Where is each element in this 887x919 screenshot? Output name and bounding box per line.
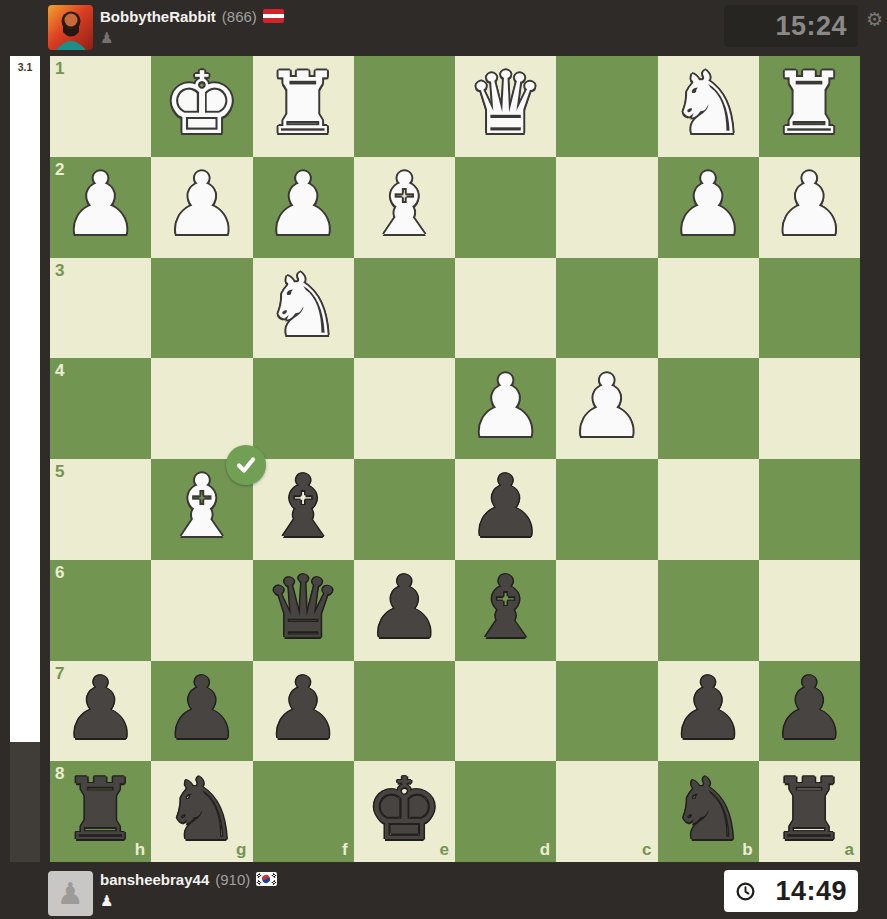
square-g6[interactable]: [151, 560, 252, 661]
file-label-g: g: [236, 840, 246, 860]
file-label-a: a: [845, 840, 854, 860]
file-label-b: b: [742, 840, 752, 860]
pawn-member-icon: ♟: [100, 31, 113, 46]
clock-icon: [735, 881, 756, 902]
top-player-bar: BobbytheRabbit (866) ♟ 15:24 ⚙: [0, 0, 887, 56]
square-b8[interactable]: b♞: [658, 761, 759, 862]
square-e3[interactable]: [354, 258, 455, 359]
square-f8[interactable]: f: [253, 761, 354, 862]
square-e4[interactable]: [354, 358, 455, 459]
opponent-clock-time: 15:24: [775, 11, 847, 42]
player-info: bansheebray44 (910) ♟: [100, 869, 277, 910]
rank-label-3: 3: [55, 261, 64, 281]
chess-game-screen: BobbytheRabbit (866) ♟ 15:24 ⚙ 3.1 1♚♜♛♞…: [0, 0, 887, 919]
rank-label-2: 2: [55, 160, 64, 180]
pawn-member-icon: ♟: [100, 894, 113, 909]
player-avatar[interactable]: ♟: [48, 871, 93, 916]
black-piece-h8[interactable]: ♜: [62, 766, 139, 852]
white-piece-h2[interactable]: ♟: [62, 161, 139, 247]
rank-label-7: 7: [55, 664, 64, 684]
black-piece-g7[interactable]: ♟: [163, 665, 240, 751]
black-piece-d6[interactable]: ♝: [467, 564, 544, 650]
square-b2[interactable]: ♟: [658, 157, 759, 258]
good-move-check-badge: [226, 445, 266, 485]
file-label-e: e: [440, 840, 449, 860]
square-b4[interactable]: [658, 358, 759, 459]
black-piece-h7[interactable]: ♟: [62, 665, 139, 751]
square-h4[interactable]: 4: [50, 358, 151, 459]
square-c5[interactable]: [556, 459, 657, 560]
square-h8[interactable]: 8h♜: [50, 761, 151, 862]
file-label-f: f: [342, 840, 348, 860]
square-h5[interactable]: 5: [50, 459, 151, 560]
white-piece-f2[interactable]: ♟: [265, 161, 342, 247]
check-icon: [234, 453, 258, 477]
white-piece-f1[interactable]: ♜: [265, 60, 342, 146]
square-e7[interactable]: [354, 661, 455, 762]
square-h3[interactable]: 3: [50, 258, 151, 359]
square-e2[interactable]: ♝: [354, 157, 455, 258]
square-b3[interactable]: [658, 258, 759, 359]
square-b5[interactable]: [658, 459, 759, 560]
square-f4[interactable]: [253, 358, 354, 459]
file-label-c: c: [642, 840, 651, 860]
square-c8[interactable]: c: [556, 761, 657, 862]
white-piece-d1[interactable]: ♛: [467, 60, 544, 146]
black-piece-f7[interactable]: ♟: [265, 665, 342, 751]
opponent-avatar-image: [48, 5, 93, 50]
square-f6[interactable]: ♛: [253, 560, 354, 661]
square-g3[interactable]: [151, 258, 252, 359]
square-d3[interactable]: [455, 258, 556, 359]
square-e6[interactable]: ♟: [354, 560, 455, 661]
square-d5[interactable]: ♟: [455, 459, 556, 560]
white-piece-g1[interactable]: ♚: [163, 60, 240, 146]
rank-label-5: 5: [55, 462, 64, 482]
square-d1[interactable]: ♛: [455, 56, 556, 157]
square-g2[interactable]: ♟: [151, 157, 252, 258]
square-b6[interactable]: [658, 560, 759, 661]
eval-score: 3.1: [18, 61, 33, 742]
square-c4[interactable]: ♟: [556, 358, 657, 459]
eval-white-section: 3.1: [10, 56, 40, 742]
square-a8[interactable]: a♜: [759, 761, 860, 862]
square-h7[interactable]: 7♟: [50, 661, 151, 762]
square-b1[interactable]: ♞: [658, 56, 759, 157]
square-f2[interactable]: ♟: [253, 157, 354, 258]
eval-black-section: [10, 742, 40, 862]
rank-label-6: 6: [55, 563, 64, 583]
settings-gear-icon[interactable]: ⚙: [866, 8, 883, 30]
square-e5[interactable]: [354, 459, 455, 560]
white-piece-e2[interactable]: ♝: [366, 161, 443, 247]
square-a7[interactable]: ♟: [759, 661, 860, 762]
opponent-rating: (866): [222, 8, 257, 25]
square-g4[interactable]: [151, 358, 252, 459]
square-a1[interactable]: ♜: [759, 56, 860, 157]
square-e8[interactable]: e♚: [354, 761, 455, 862]
white-piece-c4[interactable]: ♟: [568, 363, 645, 449]
square-a4[interactable]: [759, 358, 860, 459]
square-h6[interactable]: 6: [50, 560, 151, 661]
player-clock-time: 14:49: [775, 876, 847, 907]
black-piece-d5[interactable]: ♟: [467, 463, 544, 549]
black-piece-g8[interactable]: ♞: [163, 766, 240, 852]
square-d7[interactable]: [455, 661, 556, 762]
bottom-player-bar: ♟ bansheebray44 (910) ♟ 14:49: [0, 863, 887, 919]
square-b7[interactable]: ♟: [658, 661, 759, 762]
square-f3[interactable]: ♞: [253, 258, 354, 359]
white-piece-b1[interactable]: ♞: [670, 60, 747, 146]
file-label-h: h: [135, 840, 145, 860]
white-piece-d4[interactable]: ♟: [467, 363, 544, 449]
black-piece-f5[interactable]: ♝: [265, 463, 342, 549]
black-piece-a8[interactable]: ♜: [771, 766, 848, 852]
file-label-d: d: [540, 840, 550, 860]
rank-label-1: 1: [55, 59, 64, 79]
austria-flag-icon: [263, 9, 284, 23]
opponent-info: BobbytheRabbit (866) ♟: [100, 6, 284, 47]
square-c2[interactable]: [556, 157, 657, 258]
square-c1[interactable]: [556, 56, 657, 157]
player-username[interactable]: bansheebray44: [100, 871, 209, 888]
black-piece-b7[interactable]: ♟: [670, 665, 747, 751]
square-c3[interactable]: [556, 258, 657, 359]
square-d8[interactable]: d: [455, 761, 556, 862]
black-piece-b8[interactable]: ♞: [670, 766, 747, 852]
south-korea-flag-icon: [256, 872, 277, 886]
square-c7[interactable]: [556, 661, 657, 762]
opponent-avatar[interactable]: [48, 5, 93, 50]
square-e1[interactable]: [354, 56, 455, 157]
black-piece-e8[interactable]: ♚: [366, 766, 443, 852]
square-d4[interactable]: ♟: [455, 358, 556, 459]
player-rating: (910): [215, 871, 250, 888]
square-f7[interactable]: ♟: [253, 661, 354, 762]
square-d2[interactable]: [455, 157, 556, 258]
black-piece-a7[interactable]: ♟: [771, 665, 848, 751]
white-piece-g2[interactable]: ♟: [163, 161, 240, 247]
square-h2[interactable]: 2♟: [50, 157, 151, 258]
black-piece-f6[interactable]: ♛: [265, 564, 342, 650]
opponent-clock: 15:24: [724, 5, 858, 47]
square-f1[interactable]: ♜: [253, 56, 354, 157]
square-h1[interactable]: 1: [50, 56, 151, 157]
white-piece-f3[interactable]: ♞: [265, 262, 342, 348]
square-g1[interactable]: ♚: [151, 56, 252, 157]
square-g8[interactable]: g♞: [151, 761, 252, 862]
player-clock-active: 14:49: [724, 870, 858, 912]
default-avatar-pawn-icon: ♟: [57, 871, 84, 916]
white-piece-a1[interactable]: ♜: [771, 60, 848, 146]
square-d6[interactable]: ♝: [455, 560, 556, 661]
square-a5[interactable]: [759, 459, 860, 560]
rank-label-8: 8: [55, 764, 64, 784]
square-a2[interactable]: ♟: [759, 157, 860, 258]
evaluation-bar: 3.1: [10, 56, 40, 862]
square-f5[interactable]: ♝: [253, 459, 354, 560]
chess-board[interactable]: 1♚♜♛♞♜2♟♟♟♝♟♟3♞4♟♟5♝♝♟6♛♟♝7♟♟♟♟♟8h♜g♞fe♚…: [50, 56, 860, 862]
square-a6[interactable]: [759, 560, 860, 661]
square-c6[interactable]: [556, 560, 657, 661]
black-piece-e6[interactable]: ♟: [366, 564, 443, 650]
square-g7[interactable]: ♟: [151, 661, 252, 762]
white-piece-a2[interactable]: ♟: [771, 161, 848, 247]
square-a3[interactable]: [759, 258, 860, 359]
white-piece-b2[interactable]: ♟: [670, 161, 747, 247]
opponent-username[interactable]: BobbytheRabbit: [100, 8, 216, 25]
rank-label-4: 4: [55, 361, 64, 381]
